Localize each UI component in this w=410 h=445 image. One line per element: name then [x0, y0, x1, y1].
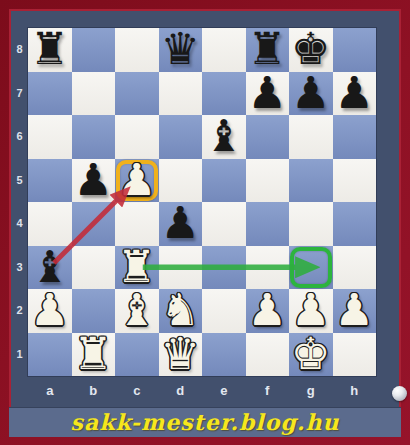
rank-label-2: 2 [11, 289, 28, 333]
file-label-c: c [115, 379, 159, 403]
square-d4[interactable]: ♟ [159, 202, 203, 246]
highlight-g3 [290, 247, 332, 289]
square-e6[interactable]: ♝ [202, 115, 246, 159]
square-e2[interactable] [202, 289, 246, 333]
square-e7[interactable] [202, 72, 246, 116]
ball-icon [392, 386, 407, 401]
square-f7[interactable]: ♟ [246, 72, 290, 116]
square-g3[interactable] [289, 246, 333, 290]
square-c8[interactable] [115, 28, 159, 72]
square-b3[interactable] [72, 246, 116, 290]
board-panel: 87654321 ♜♛♜♚♟♟♟♝♟♟♟♝♜♟♝♞♟♟♟♜♛♚ abcdefgh… [9, 9, 401, 437]
square-h6[interactable] [333, 115, 377, 159]
square-b6[interactable] [72, 115, 116, 159]
rank-labels: 87654321 [11, 28, 28, 376]
square-g8[interactable]: ♚ [289, 28, 333, 72]
square-g1[interactable]: ♚ [289, 333, 333, 377]
diagram-frame: 87654321 ♜♛♜♚♟♟♟♝♟♟♟♝♜♟♝♞♟♟♟♜♛♚ abcdefgh… [0, 0, 410, 445]
piece-white-king[interactable]: ♚ [289, 333, 333, 377]
rank-label-7: 7 [11, 72, 28, 116]
square-e5[interactable] [202, 159, 246, 203]
square-h7[interactable]: ♟ [333, 72, 377, 116]
square-b2[interactable] [72, 289, 116, 333]
file-label-e: e [202, 379, 246, 403]
square-e3[interactable] [202, 246, 246, 290]
square-h3[interactable] [333, 246, 377, 290]
square-d2[interactable]: ♞ [159, 289, 203, 333]
piece-black-rook[interactable]: ♜ [246, 28, 290, 72]
square-h8[interactable] [333, 28, 377, 72]
file-label-g: g [289, 379, 333, 403]
square-g4[interactable] [289, 202, 333, 246]
file-label-a: a [28, 379, 72, 403]
square-f8[interactable]: ♜ [246, 28, 290, 72]
file-label-f: f [246, 379, 290, 403]
square-c2[interactable]: ♝ [115, 289, 159, 333]
square-h4[interactable] [333, 202, 377, 246]
square-b8[interactable] [72, 28, 116, 72]
piece-white-pawn[interactable]: ♟ [246, 289, 290, 333]
square-h5[interactable] [333, 159, 377, 203]
piece-black-king[interactable]: ♚ [289, 28, 333, 72]
square-a3[interactable]: ♝ [28, 246, 72, 290]
rank-label-1: 1 [11, 333, 28, 377]
piece-white-pawn[interactable]: ♟ [333, 289, 377, 333]
piece-white-pawn[interactable]: ♟ [289, 289, 333, 333]
square-e1[interactable] [202, 333, 246, 377]
piece-black-queen[interactable]: ♛ [159, 28, 203, 72]
square-h2[interactable]: ♟ [333, 289, 377, 333]
watermark-band: sakk-mester.blog.hu [9, 407, 401, 437]
piece-black-bishop[interactable]: ♝ [28, 246, 72, 290]
piece-white-pawn[interactable]: ♟ [28, 289, 72, 333]
square-e4[interactable] [202, 202, 246, 246]
file-label-b: b [72, 379, 116, 403]
piece-white-queen[interactable]: ♛ [159, 333, 203, 377]
square-b1[interactable]: ♜ [72, 333, 116, 377]
square-c3[interactable]: ♜ [115, 246, 159, 290]
square-f6[interactable] [246, 115, 290, 159]
square-c6[interactable] [115, 115, 159, 159]
piece-black-pawn[interactable]: ♟ [159, 202, 203, 246]
rank-label-6: 6 [11, 115, 28, 159]
piece-black-pawn[interactable]: ♟ [72, 159, 116, 203]
piece-black-pawn[interactable]: ♟ [333, 72, 377, 116]
square-g7[interactable]: ♟ [289, 72, 333, 116]
piece-white-knight[interactable]: ♞ [159, 289, 203, 333]
rank-label-3: 3 [11, 246, 28, 290]
piece-white-rook[interactable]: ♜ [115, 246, 159, 290]
square-d8[interactable]: ♛ [159, 28, 203, 72]
square-d5[interactable] [159, 159, 203, 203]
square-a2[interactable]: ♟ [28, 289, 72, 333]
rank-label-4: 4 [11, 202, 28, 246]
square-a6[interactable] [28, 115, 72, 159]
square-a1[interactable] [28, 333, 72, 377]
square-g6[interactable] [289, 115, 333, 159]
square-f1[interactable] [246, 333, 290, 377]
square-d6[interactable] [159, 115, 203, 159]
square-b7[interactable] [72, 72, 116, 116]
square-c1[interactable] [115, 333, 159, 377]
square-f5[interactable] [246, 159, 290, 203]
square-f3[interactable] [246, 246, 290, 290]
square-a5[interactable] [28, 159, 72, 203]
square-g2[interactable]: ♟ [289, 289, 333, 333]
piece-white-rook[interactable]: ♜ [72, 333, 116, 377]
square-d3[interactable] [159, 246, 203, 290]
file-label-d: d [159, 379, 203, 403]
square-d7[interactable] [159, 72, 203, 116]
square-b5[interactable]: ♟ [72, 159, 116, 203]
square-c5[interactable]: ♟ [115, 159, 159, 203]
piece-black-rook[interactable]: ♜ [28, 28, 72, 72]
piece-black-pawn[interactable]: ♟ [246, 72, 290, 116]
file-labels: abcdefgh [28, 379, 376, 403]
square-g5[interactable] [289, 159, 333, 203]
chess-board: ♜♛♜♚♟♟♟♝♟♟♟♝♜♟♝♞♟♟♟♜♛♚ [28, 28, 376, 376]
square-f4[interactable] [246, 202, 290, 246]
piece-black-bishop[interactable]: ♝ [202, 115, 246, 159]
square-h1[interactable] [333, 333, 377, 377]
square-b4[interactable] [72, 202, 116, 246]
square-e8[interactable] [202, 28, 246, 72]
piece-black-pawn[interactable]: ♟ [289, 72, 333, 116]
rank-label-5: 5 [11, 159, 28, 203]
piece-white-pawn[interactable]: ♟ [115, 159, 159, 203]
file-label-h: h [333, 379, 377, 403]
square-c4[interactable] [115, 202, 159, 246]
square-d1[interactable]: ♛ [159, 333, 203, 377]
square-a7[interactable] [28, 72, 72, 116]
square-a8[interactable]: ♜ [28, 28, 72, 72]
piece-white-bishop[interactable]: ♝ [115, 289, 159, 333]
watermark-text: sakk-mester.blog.hu [71, 409, 340, 435]
square-a4[interactable] [28, 202, 72, 246]
square-f2[interactable]: ♟ [246, 289, 290, 333]
square-c7[interactable] [115, 72, 159, 116]
rank-label-8: 8 [11, 28, 28, 72]
